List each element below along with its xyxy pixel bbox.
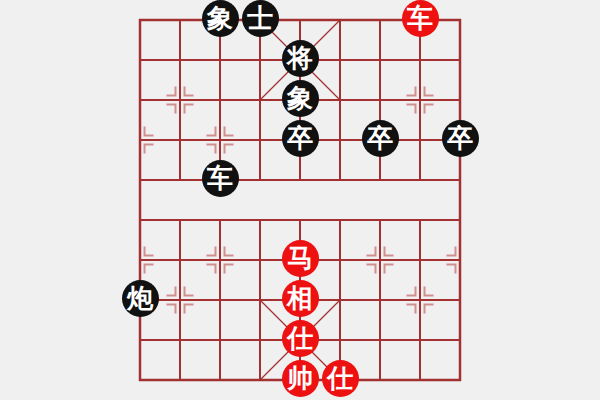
intersection-3-3[interactable] bbox=[240, 120, 280, 160]
intersection-4-0[interactable] bbox=[280, 0, 320, 40]
intersection-4-6[interactable]: 马 bbox=[280, 240, 320, 280]
intersection-5-2[interactable] bbox=[320, 80, 360, 120]
intersection-5-0[interactable] bbox=[320, 0, 360, 40]
intersection-5-5[interactable] bbox=[320, 200, 360, 240]
intersection-8-6[interactable] bbox=[440, 240, 480, 280]
intersection-7-6[interactable] bbox=[400, 240, 440, 280]
intersection-1-1[interactable] bbox=[160, 40, 200, 80]
intersection-5-3[interactable] bbox=[320, 120, 360, 160]
intersection-6-2[interactable] bbox=[360, 80, 400, 120]
piece-red-chariot[interactable]: 车 bbox=[402, 0, 439, 37]
piece-black-soldier[interactable]: 卒 bbox=[442, 120, 479, 157]
intersection-7-7[interactable] bbox=[400, 280, 440, 320]
intersection-6-0[interactable] bbox=[360, 0, 400, 40]
intersection-3-1[interactable] bbox=[240, 40, 280, 80]
piece-black-soldier[interactable]: 卒 bbox=[282, 120, 319, 157]
intersection-4-7[interactable]: 相 bbox=[280, 280, 320, 320]
intersection-8-5[interactable] bbox=[440, 200, 480, 240]
intersection-4-9[interactable]: 帅 bbox=[280, 360, 320, 400]
piece-red-advisor[interactable]: 仕 bbox=[322, 360, 359, 397]
intersection-0-8[interactable] bbox=[120, 320, 160, 360]
intersection-1-8[interactable] bbox=[160, 320, 200, 360]
intersection-1-3[interactable] bbox=[160, 120, 200, 160]
piece-black-elephant[interactable]: 象 bbox=[202, 0, 239, 37]
intersection-1-9[interactable] bbox=[160, 360, 200, 400]
intersection-5-9[interactable]: 仕 bbox=[320, 360, 360, 400]
intersection-0-5[interactable] bbox=[120, 200, 160, 240]
intersection-0-7[interactable]: 炮 bbox=[120, 280, 160, 320]
xiangqi-app: 象士车将象卒卒卒车马炮相仕帅仕 bbox=[0, 0, 600, 400]
intersection-2-6[interactable] bbox=[200, 240, 240, 280]
intersection-3-4[interactable] bbox=[240, 160, 280, 200]
intersection-6-1[interactable] bbox=[360, 40, 400, 80]
intersection-1-7[interactable] bbox=[160, 280, 200, 320]
intersection-1-0[interactable] bbox=[160, 0, 200, 40]
intersection-2-1[interactable] bbox=[200, 40, 240, 80]
intersection-0-3[interactable] bbox=[120, 120, 160, 160]
intersection-5-7[interactable] bbox=[320, 280, 360, 320]
piece-red-horse[interactable]: 马 bbox=[282, 240, 319, 277]
piece-red-advisor[interactable]: 仕 bbox=[282, 320, 319, 357]
intersection-8-8[interactable] bbox=[440, 320, 480, 360]
intersection-4-5[interactable] bbox=[280, 200, 320, 240]
intersection-6-7[interactable] bbox=[360, 280, 400, 320]
intersection-2-4[interactable]: 车 bbox=[200, 160, 240, 200]
intersection-8-0[interactable] bbox=[440, 0, 480, 40]
intersection-1-6[interactable] bbox=[160, 240, 200, 280]
intersection-0-2[interactable] bbox=[120, 80, 160, 120]
intersection-1-2[interactable] bbox=[160, 80, 200, 120]
intersection-6-9[interactable] bbox=[360, 360, 400, 400]
piece-black-soldier[interactable]: 卒 bbox=[362, 120, 399, 157]
intersection-2-9[interactable] bbox=[200, 360, 240, 400]
intersection-2-2[interactable] bbox=[200, 80, 240, 120]
intersection-7-4[interactable] bbox=[400, 160, 440, 200]
intersection-7-2[interactable] bbox=[400, 80, 440, 120]
intersection-8-2[interactable] bbox=[440, 80, 480, 120]
board-intersections: 象士车将象卒卒卒车马炮相仕帅仕 bbox=[120, 0, 480, 400]
intersection-0-6[interactable] bbox=[120, 240, 160, 280]
intersection-8-4[interactable] bbox=[440, 160, 480, 200]
intersection-3-5[interactable] bbox=[240, 200, 280, 240]
intersection-1-4[interactable] bbox=[160, 160, 200, 200]
intersection-3-2[interactable] bbox=[240, 80, 280, 120]
intersection-3-9[interactable] bbox=[240, 360, 280, 400]
intersection-8-3[interactable]: 卒 bbox=[440, 120, 480, 160]
intersection-6-3[interactable]: 卒 bbox=[360, 120, 400, 160]
intersection-8-7[interactable] bbox=[440, 280, 480, 320]
intersection-3-6[interactable] bbox=[240, 240, 280, 280]
intersection-6-5[interactable] bbox=[360, 200, 400, 240]
intersection-3-8[interactable] bbox=[240, 320, 280, 360]
intersection-0-1[interactable] bbox=[120, 40, 160, 80]
intersection-5-6[interactable] bbox=[320, 240, 360, 280]
intersection-0-9[interactable] bbox=[120, 360, 160, 400]
intersection-2-5[interactable] bbox=[200, 200, 240, 240]
intersection-7-3[interactable] bbox=[400, 120, 440, 160]
intersection-3-7[interactable] bbox=[240, 280, 280, 320]
intersection-4-4[interactable] bbox=[280, 160, 320, 200]
intersection-2-0[interactable]: 象 bbox=[200, 0, 240, 40]
intersection-8-1[interactable] bbox=[440, 40, 480, 80]
intersection-0-0[interactable] bbox=[120, 0, 160, 40]
intersection-1-5[interactable] bbox=[160, 200, 200, 240]
piece-black-chariot[interactable]: 车 bbox=[202, 160, 239, 197]
intersection-6-6[interactable] bbox=[360, 240, 400, 280]
intersection-3-0[interactable]: 士 bbox=[240, 0, 280, 40]
piece-red-general[interactable]: 帅 bbox=[282, 360, 319, 397]
intersection-4-3[interactable]: 卒 bbox=[280, 120, 320, 160]
piece-black-advisor[interactable]: 士 bbox=[242, 0, 279, 37]
intersection-7-5[interactable] bbox=[400, 200, 440, 240]
intersection-7-0[interactable]: 车 bbox=[400, 0, 440, 40]
piece-red-elephant[interactable]: 相 bbox=[282, 280, 319, 317]
intersection-2-7[interactable] bbox=[200, 280, 240, 320]
intersection-7-1[interactable] bbox=[400, 40, 440, 80]
piece-black-elephant[interactable]: 象 bbox=[282, 80, 319, 117]
intersection-5-4[interactable] bbox=[320, 160, 360, 200]
intersection-8-9[interactable] bbox=[440, 360, 480, 400]
intersection-4-1[interactable]: 将 bbox=[280, 40, 320, 80]
intersection-5-8[interactable] bbox=[320, 320, 360, 360]
intersection-4-2[interactable]: 象 bbox=[280, 80, 320, 120]
intersection-6-8[interactable] bbox=[360, 320, 400, 360]
intersection-4-8[interactable]: 仕 bbox=[280, 320, 320, 360]
piece-black-cannon[interactable]: 炮 bbox=[122, 280, 159, 317]
intersection-0-4[interactable] bbox=[120, 160, 160, 200]
intersection-7-9[interactable] bbox=[400, 360, 440, 400]
intersection-7-8[interactable] bbox=[400, 320, 440, 360]
intersection-5-1[interactable] bbox=[320, 40, 360, 80]
intersection-6-4[interactable] bbox=[360, 160, 400, 200]
intersection-2-8[interactable] bbox=[200, 320, 240, 360]
piece-black-general[interactable]: 将 bbox=[282, 40, 319, 77]
intersection-2-3[interactable] bbox=[200, 120, 240, 160]
